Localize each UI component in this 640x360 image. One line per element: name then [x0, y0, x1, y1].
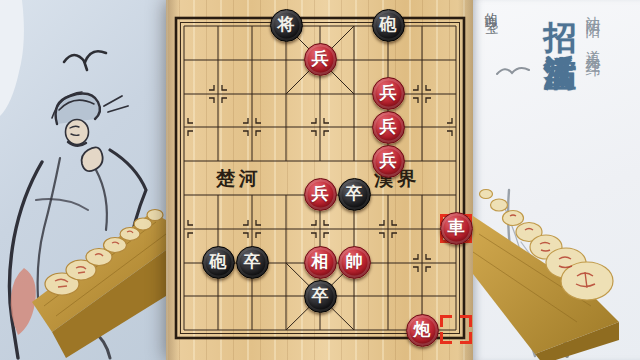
piece-glyph: 将	[278, 16, 295, 33]
piece-red-兵[interactable]: 兵	[372, 145, 405, 178]
piece-layer: 将砲兵兵兵兵兵卒車砲卒相帥卒炮	[167, 9, 473, 347]
piece-glyph: 兵	[312, 185, 329, 202]
calligraphy-corner-text: 的瑰宝	[481, 2, 500, 15]
last-move-marker	[439, 313, 473, 347]
photo-board-left	[32, 210, 166, 359]
piece-glyph: 卒	[244, 253, 261, 270]
calligraphy-side-text: 法阴阳 道为经纬一	[583, 4, 602, 58]
piece-glyph: 砲	[210, 253, 227, 270]
piece-glyph: 兵	[380, 84, 397, 101]
piece-glyph: 兵	[380, 118, 397, 135]
piece-glyph: 兵	[312, 50, 329, 67]
calligraphy-title: 招 满盘皆活	[537, 0, 582, 27]
piece-glyph: 炮	[414, 321, 431, 338]
pink-garment	[11, 268, 36, 335]
piece-red-兵[interactable]: 兵	[304, 178, 337, 211]
bird-mark-icon	[493, 58, 533, 84]
piece-glyph: 卒	[312, 287, 329, 304]
piece-glyph: 卒	[346, 185, 363, 202]
piece-black-卒[interactable]: 卒	[304, 280, 337, 313]
piece-glyph: 帥	[346, 253, 363, 270]
piece-glyph: 相	[312, 253, 329, 270]
piece-red-帥[interactable]: 帥	[338, 246, 371, 279]
ink-painting	[0, 0, 166, 360]
app-screen: 楚河 漢界 将砲兵兵兵兵兵卒車砲卒相帥卒炮 的瑰宝 招 满盘皆活 法阴阳 道为经…	[0, 0, 640, 360]
piece-red-炮[interactable]: 炮	[406, 314, 439, 347]
piece-glyph: 砲	[380, 16, 397, 33]
photo-board-right	[473, 182, 640, 360]
piece-black-砲[interactable]: 砲	[202, 246, 235, 279]
paper-highlight	[0, 0, 24, 116]
bird-icon	[64, 51, 106, 70]
piece-black-卒[interactable]: 卒	[338, 178, 371, 211]
piece-glyph: 車	[448, 219, 465, 236]
piece-glyph: 兵	[380, 152, 397, 169]
decorative-right-panel: 的瑰宝 招 满盘皆活 法阴阳 道为经纬一	[473, 0, 640, 360]
piece-red-兵[interactable]: 兵	[372, 111, 405, 144]
piece-red-兵[interactable]: 兵	[372, 77, 405, 110]
piece-black-卒[interactable]: 卒	[236, 246, 269, 279]
piece-red-兵[interactable]: 兵	[304, 43, 337, 76]
piece-black-砲[interactable]: 砲	[372, 9, 405, 42]
decorative-left-panel	[0, 0, 166, 360]
piece-red-車[interactable]: 車	[440, 212, 473, 245]
piece-black-将[interactable]: 将	[270, 9, 303, 42]
piece-red-相[interactable]: 相	[304, 246, 337, 279]
